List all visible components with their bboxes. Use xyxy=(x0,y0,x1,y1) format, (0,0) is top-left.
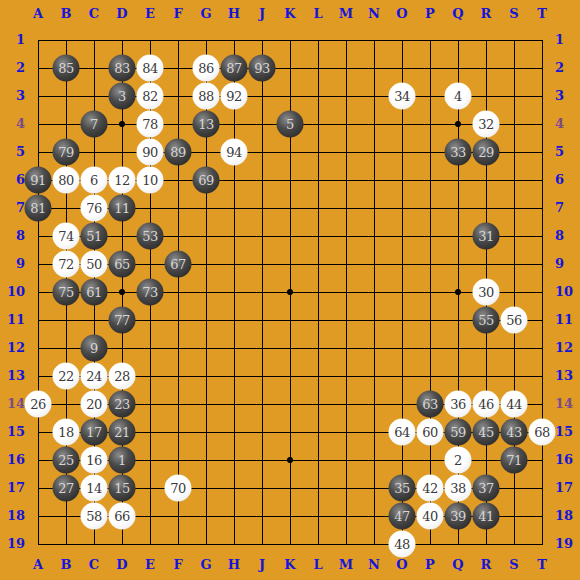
stone-black-A7: 81 xyxy=(25,195,52,222)
move-number: 12 xyxy=(114,174,130,187)
stone-black-R5: 29 xyxy=(473,139,500,166)
stone-white-E6: 10 xyxy=(137,167,164,194)
stone-black-D16: 1 xyxy=(109,447,136,474)
move-number: 92 xyxy=(226,90,242,103)
row-label-left-1: 1 xyxy=(0,33,25,47)
stone-black-B10: 75 xyxy=(53,279,80,306)
stone-white-C14: 20 xyxy=(81,391,108,418)
stone-black-B17: 27 xyxy=(53,475,80,502)
stone-black-H2: 87 xyxy=(221,55,248,82)
stone-black-C12: 9 xyxy=(81,335,108,362)
column-label-top-M: M xyxy=(332,7,360,21)
row-label-right-17: 17 xyxy=(555,481,580,495)
move-number: 33 xyxy=(450,146,466,159)
stone-black-D17: 15 xyxy=(109,475,136,502)
move-number: 91 xyxy=(30,174,46,187)
stone-white-D18: 66 xyxy=(109,503,136,530)
stone-black-C4: 7 xyxy=(81,111,108,138)
move-number: 10 xyxy=(142,174,158,187)
row-label-left-12: 12 xyxy=(0,341,25,355)
stone-white-D6: 12 xyxy=(109,167,136,194)
stone-black-D14: 23 xyxy=(109,391,136,418)
move-number: 85 xyxy=(58,62,74,75)
stone-white-C7: 76 xyxy=(81,195,108,222)
row-label-right-7: 7 xyxy=(555,201,580,215)
move-number: 47 xyxy=(394,510,410,523)
row-label-right-18: 18 xyxy=(555,509,580,523)
column-label-top-O: O xyxy=(388,7,416,21)
row-label-right-14: 14 xyxy=(555,397,580,411)
star-point-Q10 xyxy=(455,289,461,295)
move-number: 5 xyxy=(286,118,294,131)
stone-white-H5: 94 xyxy=(221,139,248,166)
stone-black-O17: 35 xyxy=(389,475,416,502)
move-number: 89 xyxy=(170,146,186,159)
row-label-right-11: 11 xyxy=(555,313,580,327)
move-number: 87 xyxy=(226,62,242,75)
row-label-left-16: 16 xyxy=(0,453,25,467)
column-label-bottom-L: L xyxy=(304,558,332,572)
stone-white-R10: 30 xyxy=(473,279,500,306)
stone-white-O15: 64 xyxy=(389,419,416,446)
move-number: 38 xyxy=(450,482,466,495)
row-label-left-8: 8 xyxy=(0,229,25,243)
column-label-top-S: S xyxy=(500,7,528,21)
move-number: 55 xyxy=(478,314,494,327)
move-number: 76 xyxy=(86,202,102,215)
move-number: 73 xyxy=(142,286,158,299)
move-number: 65 xyxy=(114,258,130,271)
column-label-top-K: K xyxy=(276,7,304,21)
column-label-bottom-A: A xyxy=(24,558,52,572)
column-label-top-E: E xyxy=(136,7,164,21)
stone-white-O3: 34 xyxy=(389,83,416,110)
stone-white-C18: 58 xyxy=(81,503,108,530)
move-number: 34 xyxy=(394,90,410,103)
star-point-D10 xyxy=(119,289,125,295)
row-label-left-19: 19 xyxy=(0,537,25,551)
stone-white-C9: 50 xyxy=(81,251,108,278)
row-label-left-6: 6 xyxy=(0,173,25,187)
stone-white-E2: 84 xyxy=(137,55,164,82)
row-label-left-15: 15 xyxy=(0,425,25,439)
move-number: 64 xyxy=(394,426,410,439)
stone-white-Q17: 38 xyxy=(445,475,472,502)
move-number: 59 xyxy=(450,426,466,439)
column-label-bottom-O: O xyxy=(388,558,416,572)
column-label-bottom-K: K xyxy=(276,558,304,572)
column-label-top-N: N xyxy=(360,7,388,21)
move-number: 88 xyxy=(198,90,214,103)
stone-black-R18: 41 xyxy=(473,503,500,530)
move-number: 75 xyxy=(58,286,74,299)
move-number: 78 xyxy=(142,118,158,131)
move-number: 24 xyxy=(86,370,102,383)
stone-white-A14: 26 xyxy=(25,391,52,418)
move-number: 81 xyxy=(30,202,46,215)
stone-black-B2: 85 xyxy=(53,55,80,82)
star-point-D4 xyxy=(119,121,125,127)
stone-white-Q16: 2 xyxy=(445,447,472,474)
stone-white-P15: 60 xyxy=(417,419,444,446)
stone-black-G6: 69 xyxy=(193,167,220,194)
column-label-top-L: L xyxy=(304,7,332,21)
move-number: 16 xyxy=(86,454,102,467)
move-number: 60 xyxy=(422,426,438,439)
stone-white-R14: 46 xyxy=(473,391,500,418)
move-number: 37 xyxy=(478,482,494,495)
move-number: 1 xyxy=(118,454,126,467)
column-label-bottom-Q: Q xyxy=(444,558,472,572)
row-label-left-10: 10 xyxy=(0,285,25,299)
star-point-K16 xyxy=(287,457,293,463)
move-number: 13 xyxy=(198,118,214,131)
move-number: 71 xyxy=(506,454,522,467)
stone-white-B9: 72 xyxy=(53,251,80,278)
row-label-right-15: 15 xyxy=(555,425,580,439)
row-label-left-18: 18 xyxy=(0,509,25,523)
stone-black-A6: 91 xyxy=(25,167,52,194)
stone-white-F17: 70 xyxy=(165,475,192,502)
stone-white-T15: 68 xyxy=(529,419,556,446)
move-number: 77 xyxy=(114,314,130,327)
move-number: 44 xyxy=(506,398,522,411)
column-label-bottom-H: H xyxy=(220,558,248,572)
row-label-left-17: 17 xyxy=(0,481,25,495)
row-label-right-1: 1 xyxy=(555,33,580,47)
stone-white-O19: 48 xyxy=(389,531,416,558)
stone-black-O18: 47 xyxy=(389,503,416,530)
move-number: 84 xyxy=(142,62,158,75)
move-number: 23 xyxy=(114,398,130,411)
move-number: 7 xyxy=(90,118,98,131)
row-label-left-2: 2 xyxy=(0,61,25,75)
stone-black-D15: 21 xyxy=(109,419,136,446)
stone-white-B15: 18 xyxy=(53,419,80,446)
move-number: 30 xyxy=(478,286,494,299)
column-label-top-D: D xyxy=(108,7,136,21)
stone-black-D3: 3 xyxy=(109,83,136,110)
stone-white-P17: 42 xyxy=(417,475,444,502)
column-label-bottom-E: E xyxy=(136,558,164,572)
stone-white-B13: 22 xyxy=(53,363,80,390)
stone-white-C16: 16 xyxy=(81,447,108,474)
move-number: 36 xyxy=(450,398,466,411)
move-number: 93 xyxy=(254,62,270,75)
column-label-bottom-N: N xyxy=(360,558,388,572)
stone-white-H3: 92 xyxy=(221,83,248,110)
move-number: 58 xyxy=(86,510,102,523)
row-label-left-5: 5 xyxy=(0,145,25,159)
stone-white-C17: 14 xyxy=(81,475,108,502)
stone-black-C15: 17 xyxy=(81,419,108,446)
column-label-top-F: F xyxy=(164,7,192,21)
column-label-bottom-J: J xyxy=(248,558,276,572)
column-label-top-B: B xyxy=(52,7,80,21)
move-number: 61 xyxy=(86,286,102,299)
row-label-left-3: 3 xyxy=(0,89,25,103)
row-label-right-5: 5 xyxy=(555,145,580,159)
move-number: 28 xyxy=(114,370,130,383)
move-number: 70 xyxy=(170,482,186,495)
stone-black-B16: 25 xyxy=(53,447,80,474)
row-label-left-11: 11 xyxy=(0,313,25,327)
column-label-top-A: A xyxy=(24,7,52,21)
move-number: 22 xyxy=(58,370,74,383)
stone-black-R11: 55 xyxy=(473,307,500,334)
move-number: 66 xyxy=(114,510,130,523)
move-number: 56 xyxy=(506,314,522,327)
move-number: 45 xyxy=(478,426,494,439)
stone-black-C8: 51 xyxy=(81,223,108,250)
move-number: 46 xyxy=(478,398,494,411)
stone-white-B6: 80 xyxy=(53,167,80,194)
move-number: 2 xyxy=(454,454,462,467)
stone-black-E10: 73 xyxy=(137,279,164,306)
column-label-top-C: C xyxy=(80,7,108,21)
column-label-top-T: T xyxy=(528,7,556,21)
stone-black-G4: 13 xyxy=(193,111,220,138)
move-number: 82 xyxy=(142,90,158,103)
move-number: 15 xyxy=(114,482,130,495)
stone-white-E3: 82 xyxy=(137,83,164,110)
move-number: 53 xyxy=(142,230,158,243)
move-number: 35 xyxy=(394,482,410,495)
move-number: 20 xyxy=(86,398,102,411)
stone-black-F9: 67 xyxy=(165,251,192,278)
stone-black-R15: 45 xyxy=(473,419,500,446)
move-number: 43 xyxy=(506,426,522,439)
star-point-Q4 xyxy=(455,121,461,127)
stone-white-E5: 90 xyxy=(137,139,164,166)
column-label-bottom-G: G xyxy=(192,558,220,572)
move-number: 11 xyxy=(114,202,130,215)
move-number: 18 xyxy=(58,426,74,439)
move-number: 74 xyxy=(58,230,74,243)
move-number: 40 xyxy=(422,510,438,523)
stone-black-R8: 31 xyxy=(473,223,500,250)
move-number: 51 xyxy=(86,230,102,243)
row-label-left-7: 7 xyxy=(0,201,25,215)
stone-black-S16: 71 xyxy=(501,447,528,474)
move-number: 41 xyxy=(478,510,494,523)
move-number: 63 xyxy=(422,398,438,411)
stone-black-K4: 5 xyxy=(277,111,304,138)
move-number: 68 xyxy=(534,426,550,439)
stone-black-D2: 83 xyxy=(109,55,136,82)
column-label-bottom-P: P xyxy=(416,558,444,572)
stone-black-B5: 79 xyxy=(53,139,80,166)
move-number: 79 xyxy=(58,146,74,159)
column-label-top-Q: Q xyxy=(444,7,472,21)
stone-black-P14: 63 xyxy=(417,391,444,418)
row-label-right-9: 9 xyxy=(555,257,580,271)
row-label-right-6: 6 xyxy=(555,173,580,187)
move-number: 4 xyxy=(454,90,462,103)
move-number: 3 xyxy=(118,90,126,103)
column-label-bottom-D: D xyxy=(108,558,136,572)
column-label-top-P: P xyxy=(416,7,444,21)
move-number: 50 xyxy=(86,258,102,271)
stone-white-B8: 74 xyxy=(53,223,80,250)
row-label-left-14: 14 xyxy=(0,397,25,411)
stone-white-S14: 44 xyxy=(501,391,528,418)
row-label-right-16: 16 xyxy=(555,453,580,467)
row-label-right-10: 10 xyxy=(555,285,580,299)
stone-white-G2: 86 xyxy=(193,55,220,82)
column-label-bottom-T: T xyxy=(528,558,556,572)
row-label-right-4: 4 xyxy=(555,117,580,131)
move-number: 17 xyxy=(86,426,102,439)
stone-white-R4: 32 xyxy=(473,111,500,138)
column-label-top-H: H xyxy=(220,7,248,21)
row-label-left-9: 9 xyxy=(0,257,25,271)
row-label-left-13: 13 xyxy=(0,369,25,383)
stone-black-J2: 93 xyxy=(249,55,276,82)
row-label-right-19: 19 xyxy=(555,537,580,551)
move-number: 83 xyxy=(114,62,130,75)
stone-black-E8: 53 xyxy=(137,223,164,250)
row-label-right-13: 13 xyxy=(555,369,580,383)
row-label-right-3: 3 xyxy=(555,89,580,103)
row-label-right-8: 8 xyxy=(555,229,580,243)
move-number: 21 xyxy=(114,426,130,439)
move-number: 25 xyxy=(58,454,74,467)
move-number: 48 xyxy=(394,538,410,551)
move-number: 80 xyxy=(58,174,74,187)
column-label-bottom-S: S xyxy=(500,558,528,572)
stone-white-D13: 28 xyxy=(109,363,136,390)
stone-black-C10: 61 xyxy=(81,279,108,306)
column-label-bottom-B: B xyxy=(52,558,80,572)
move-number: 6 xyxy=(90,174,98,187)
move-number: 86 xyxy=(198,62,214,75)
column-label-bottom-C: C xyxy=(80,558,108,572)
move-number: 14 xyxy=(86,482,102,495)
move-number: 32 xyxy=(478,118,494,131)
move-number: 9 xyxy=(90,342,98,355)
move-number: 72 xyxy=(58,258,74,271)
column-label-bottom-R: R xyxy=(472,558,500,572)
column-label-bottom-F: F xyxy=(164,558,192,572)
stone-white-Q3: 4 xyxy=(445,83,472,110)
stone-black-D11: 77 xyxy=(109,307,136,334)
move-number: 42 xyxy=(422,482,438,495)
stone-white-S11: 56 xyxy=(501,307,528,334)
stone-white-G3: 88 xyxy=(193,83,220,110)
stone-black-R17: 37 xyxy=(473,475,500,502)
stone-white-P18: 40 xyxy=(417,503,444,530)
stone-white-E4: 78 xyxy=(137,111,164,138)
move-number: 90 xyxy=(142,146,158,159)
column-label-top-R: R xyxy=(472,7,500,21)
column-label-bottom-M: M xyxy=(332,558,360,572)
stone-white-Q14: 36 xyxy=(445,391,472,418)
stone-white-C6: 6 xyxy=(81,167,108,194)
stone-black-D9: 65 xyxy=(109,251,136,278)
stone-white-C13: 24 xyxy=(81,363,108,390)
stone-black-D7: 11 xyxy=(109,195,136,222)
stone-black-Q5: 33 xyxy=(445,139,472,166)
move-number: 39 xyxy=(450,510,466,523)
move-number: 67 xyxy=(170,258,186,271)
row-label-left-4: 4 xyxy=(0,117,25,131)
move-number: 29 xyxy=(478,146,494,159)
stone-black-Q15: 59 xyxy=(445,419,472,446)
stone-black-F5: 89 xyxy=(165,139,192,166)
column-label-top-J: J xyxy=(248,7,276,21)
star-point-K10 xyxy=(287,289,293,295)
move-number: 26 xyxy=(30,398,46,411)
row-label-right-12: 12 xyxy=(555,341,580,355)
stone-black-S15: 43 xyxy=(501,419,528,446)
move-number: 31 xyxy=(478,230,494,243)
move-number: 27 xyxy=(58,482,74,495)
stone-black-Q18: 39 xyxy=(445,503,472,530)
row-label-right-2: 2 xyxy=(555,61,580,75)
move-number: 94 xyxy=(226,146,242,159)
move-number: 69 xyxy=(198,174,214,187)
column-label-top-G: G xyxy=(192,7,220,21)
